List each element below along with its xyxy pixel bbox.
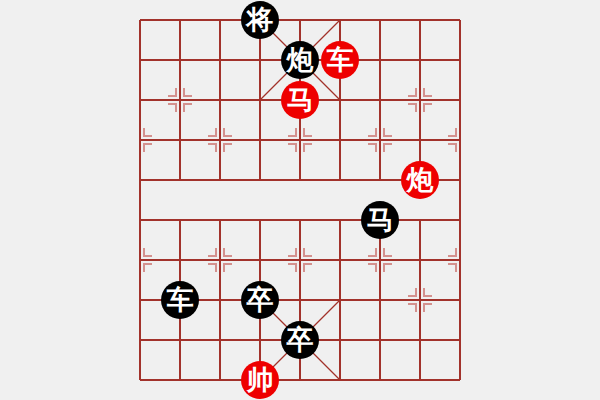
- piece-red-chariot[interactable]: 车: [321, 41, 359, 79]
- piece-black-cannon[interactable]: 炮: [281, 41, 319, 79]
- pieces-layer: 将炮车马炮马车卒卒帅: [120, 0, 480, 400]
- piece-red-cannon[interactable]: 炮: [401, 161, 439, 199]
- piece-black-horse[interactable]: 马: [361, 201, 399, 239]
- piece-black-chariot[interactable]: 车: [161, 281, 199, 319]
- piece-black-soldier-2[interactable]: 卒: [281, 321, 319, 359]
- piece-black-soldier-1[interactable]: 卒: [241, 281, 279, 319]
- piece-red-horse[interactable]: 马: [281, 81, 319, 119]
- piece-black-general[interactable]: 将: [241, 1, 279, 39]
- piece-red-general[interactable]: 帅: [241, 361, 279, 399]
- xiangqi-board: 将炮车马炮马车卒卒帅: [0, 0, 600, 400]
